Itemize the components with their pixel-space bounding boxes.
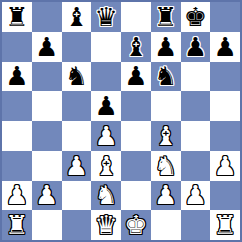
square-h2[interactable] [210, 181, 240, 211]
square-d6[interactable] [91, 62, 121, 92]
square-h5[interactable] [210, 91, 240, 121]
square-a4[interactable] [2, 121, 32, 151]
square-h6[interactable] [210, 62, 240, 92]
square-c2[interactable] [62, 181, 92, 211]
black-pawn[interactable]: ♟ [213, 34, 236, 60]
white-pawn[interactable]: ♟ [94, 123, 117, 149]
white-pawn[interactable]: ♟ [65, 153, 88, 179]
square-h7[interactable]: ♟ [210, 32, 240, 62]
square-e5[interactable] [121, 91, 151, 121]
black-pawn[interactable]: ♟ [154, 34, 177, 60]
black-pawn[interactable]: ♟ [94, 93, 117, 119]
black-queen[interactable]: ♛ [94, 4, 117, 30]
square-b1[interactable] [32, 210, 62, 240]
square-h4[interactable] [210, 121, 240, 151]
square-b7[interactable]: ♟ [32, 32, 62, 62]
square-d7[interactable] [91, 32, 121, 62]
square-h3[interactable]: ♟ [210, 151, 240, 181]
black-knight[interactable]: ♞ [65, 63, 88, 89]
square-g7[interactable]: ♟ [181, 32, 211, 62]
black-bishop[interactable]: ♝ [65, 4, 88, 30]
square-b4[interactable] [32, 121, 62, 151]
black-knight[interactable]: ♞ [154, 63, 177, 89]
square-d2[interactable]: ♞ [91, 181, 121, 211]
square-a5[interactable] [2, 91, 32, 121]
square-a6[interactable]: ♟ [2, 62, 32, 92]
square-b3[interactable] [32, 151, 62, 181]
square-c8[interactable]: ♝ [62, 2, 92, 32]
black-bishop[interactable]: ♝ [124, 34, 147, 60]
square-g6[interactable] [181, 62, 211, 92]
square-e7[interactable]: ♝ [121, 32, 151, 62]
square-e2[interactable] [121, 181, 151, 211]
square-a7[interactable] [2, 32, 32, 62]
white-knight[interactable]: ♞ [154, 153, 177, 179]
square-f7[interactable]: ♟ [151, 32, 181, 62]
square-f4[interactable]: ♝ [151, 121, 181, 151]
white-bishop[interactable]: ♝ [154, 123, 177, 149]
square-b5[interactable] [32, 91, 62, 121]
square-b6[interactable] [32, 62, 62, 92]
black-pawn[interactable]: ♟ [35, 34, 58, 60]
square-f5[interactable] [151, 91, 181, 121]
square-c4[interactable] [62, 121, 92, 151]
square-g1[interactable] [181, 210, 211, 240]
square-g3[interactable] [181, 151, 211, 181]
square-a1[interactable]: ♜ [2, 210, 32, 240]
white-pawn[interactable]: ♟ [35, 182, 58, 208]
square-e3[interactable] [121, 151, 151, 181]
square-a2[interactable]: ♟ [2, 181, 32, 211]
square-d1[interactable]: ♛ [91, 210, 121, 240]
white-rook[interactable]: ♜ [213, 212, 236, 238]
black-rook[interactable]: ♜ [154, 4, 177, 30]
square-e1[interactable]: ♚ [121, 210, 151, 240]
white-pawn[interactable]: ♟ [213, 153, 236, 179]
square-f1[interactable] [151, 210, 181, 240]
square-a8[interactable]: ♜ [2, 2, 32, 32]
square-b8[interactable] [32, 2, 62, 32]
white-rook[interactable]: ♜ [5, 212, 28, 238]
chess-board: ♜♝♛♜♚♟♝♟♟♟♟♞♟♞♟♟♝♟♝♞♟♟♟♞♟♟♜♛♚♜ [0, 0, 242, 242]
white-queen[interactable]: ♛ [94, 212, 117, 238]
square-c1[interactable] [62, 210, 92, 240]
square-e6[interactable]: ♟ [121, 62, 151, 92]
white-pawn[interactable]: ♟ [184, 182, 207, 208]
white-knight[interactable]: ♞ [94, 182, 117, 208]
square-b2[interactable]: ♟ [32, 181, 62, 211]
square-h1[interactable]: ♜ [210, 210, 240, 240]
square-e8[interactable] [121, 2, 151, 32]
black-rook[interactable]: ♜ [5, 4, 28, 30]
square-d5[interactable]: ♟ [91, 91, 121, 121]
black-pawn[interactable]: ♟ [124, 63, 147, 89]
square-d8[interactable]: ♛ [91, 2, 121, 32]
square-h8[interactable] [210, 2, 240, 32]
square-d3[interactable]: ♝ [91, 151, 121, 181]
white-pawn[interactable]: ♟ [5, 182, 28, 208]
black-pawn[interactable]: ♟ [5, 63, 28, 89]
square-e4[interactable] [121, 121, 151, 151]
square-c3[interactable]: ♟ [62, 151, 92, 181]
square-f3[interactable]: ♞ [151, 151, 181, 181]
white-pawn[interactable]: ♟ [154, 182, 177, 208]
white-king[interactable]: ♚ [124, 212, 147, 238]
square-f6[interactable]: ♞ [151, 62, 181, 92]
square-f2[interactable]: ♟ [151, 181, 181, 211]
white-bishop[interactable]: ♝ [94, 153, 117, 179]
square-d4[interactable]: ♟ [91, 121, 121, 151]
black-king[interactable]: ♚ [184, 4, 207, 30]
square-g4[interactable] [181, 121, 211, 151]
square-c7[interactable] [62, 32, 92, 62]
square-a3[interactable] [2, 151, 32, 181]
square-c5[interactable] [62, 91, 92, 121]
square-g2[interactable]: ♟ [181, 181, 211, 211]
square-c6[interactable]: ♞ [62, 62, 92, 92]
black-pawn[interactable]: ♟ [184, 34, 207, 60]
square-g8[interactable]: ♚ [181, 2, 211, 32]
square-f8[interactable]: ♜ [151, 2, 181, 32]
square-g5[interactable] [181, 91, 211, 121]
